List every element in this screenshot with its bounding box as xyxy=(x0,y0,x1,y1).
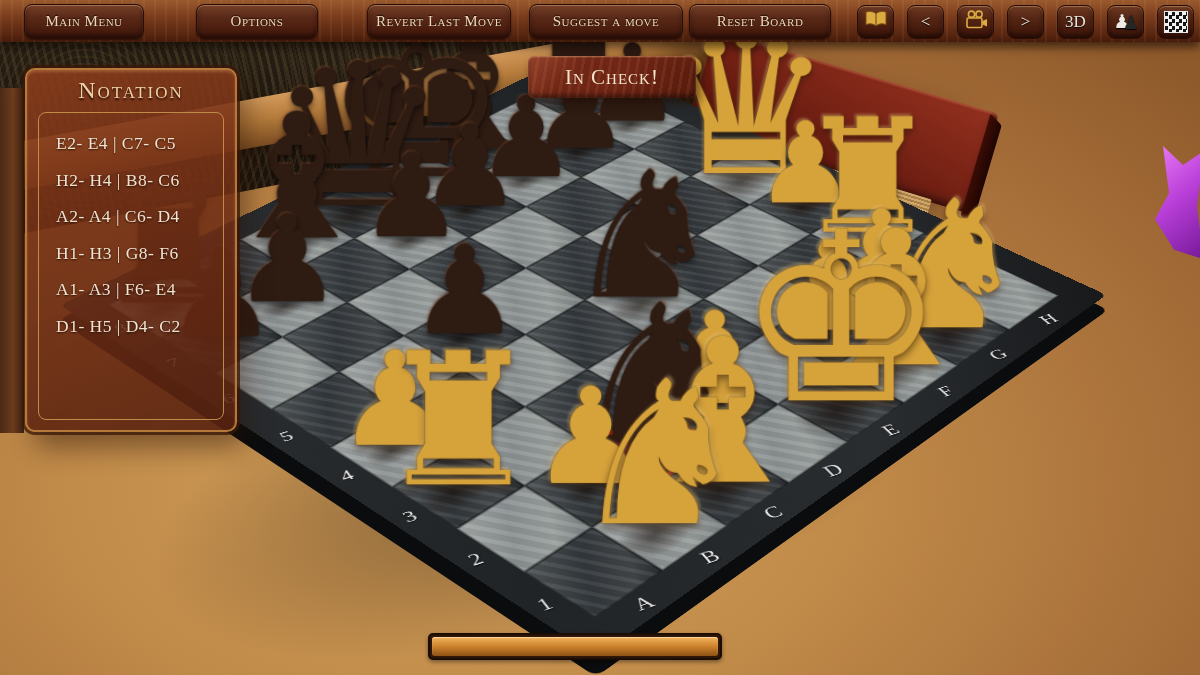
progress-fill xyxy=(432,637,718,656)
icon-button-group: < > 3D ♟♟ xyxy=(857,5,1194,39)
notation-title: Notation xyxy=(27,77,235,104)
notation-book-button[interactable] xyxy=(857,5,894,39)
move-line: H2- H4 | B8- C6 xyxy=(56,162,223,199)
move-line: D1- H5 | D4- C2 xyxy=(56,308,223,345)
options-button[interactable]: Options xyxy=(196,4,318,39)
move-line: H1- H3 | G8- F6 xyxy=(56,235,223,272)
movie-camera-icon xyxy=(964,10,988,34)
top-menu-bar: Main Menu Options Revert Last Move Sugge… xyxy=(0,0,1200,42)
notation-move-list: E2- E4 | C7- C5 H2- H4 | B8- C6 A2- A4 |… xyxy=(38,112,224,420)
previous-move-button[interactable]: < xyxy=(907,5,944,39)
board-2d-button[interactable] xyxy=(1157,5,1194,39)
move-line: E2- E4 | C7- C5 xyxy=(56,125,223,162)
open-book-icon xyxy=(864,10,888,34)
reset-board-button[interactable]: Reset Board xyxy=(689,4,831,39)
replay-camera-button[interactable] xyxy=(957,5,994,39)
in-check-banner: In Check! xyxy=(528,56,696,98)
move-line: A2- A4 | C6- D4 xyxy=(56,198,223,235)
move-line: A1- A3 | F6- E4 xyxy=(56,271,223,308)
two-pawns-icon: ♟♟ xyxy=(1114,10,1138,34)
piece-set-button[interactable]: ♟♟ xyxy=(1107,5,1144,39)
view-3d-button[interactable]: 3D xyxy=(1057,5,1094,39)
checkerboard-icon xyxy=(1164,11,1188,33)
main-menu-button[interactable]: Main Menu xyxy=(24,4,144,39)
next-move-button[interactable]: > xyxy=(1007,5,1044,39)
white-rook-a3[interactable]: ♜ xyxy=(376,343,541,499)
suggest-move-button[interactable]: Suggest a move xyxy=(529,4,683,39)
revert-last-move-button[interactable]: Revert Last Move xyxy=(367,4,511,39)
engine-progress-bar xyxy=(428,633,722,660)
white-knight-b1[interactable]: ♞ xyxy=(570,370,749,540)
chair-beam xyxy=(0,88,24,433)
notation-panel: Notation E2- E4 | C7- C5 H2- H4 | B8- C6… xyxy=(25,68,237,432)
